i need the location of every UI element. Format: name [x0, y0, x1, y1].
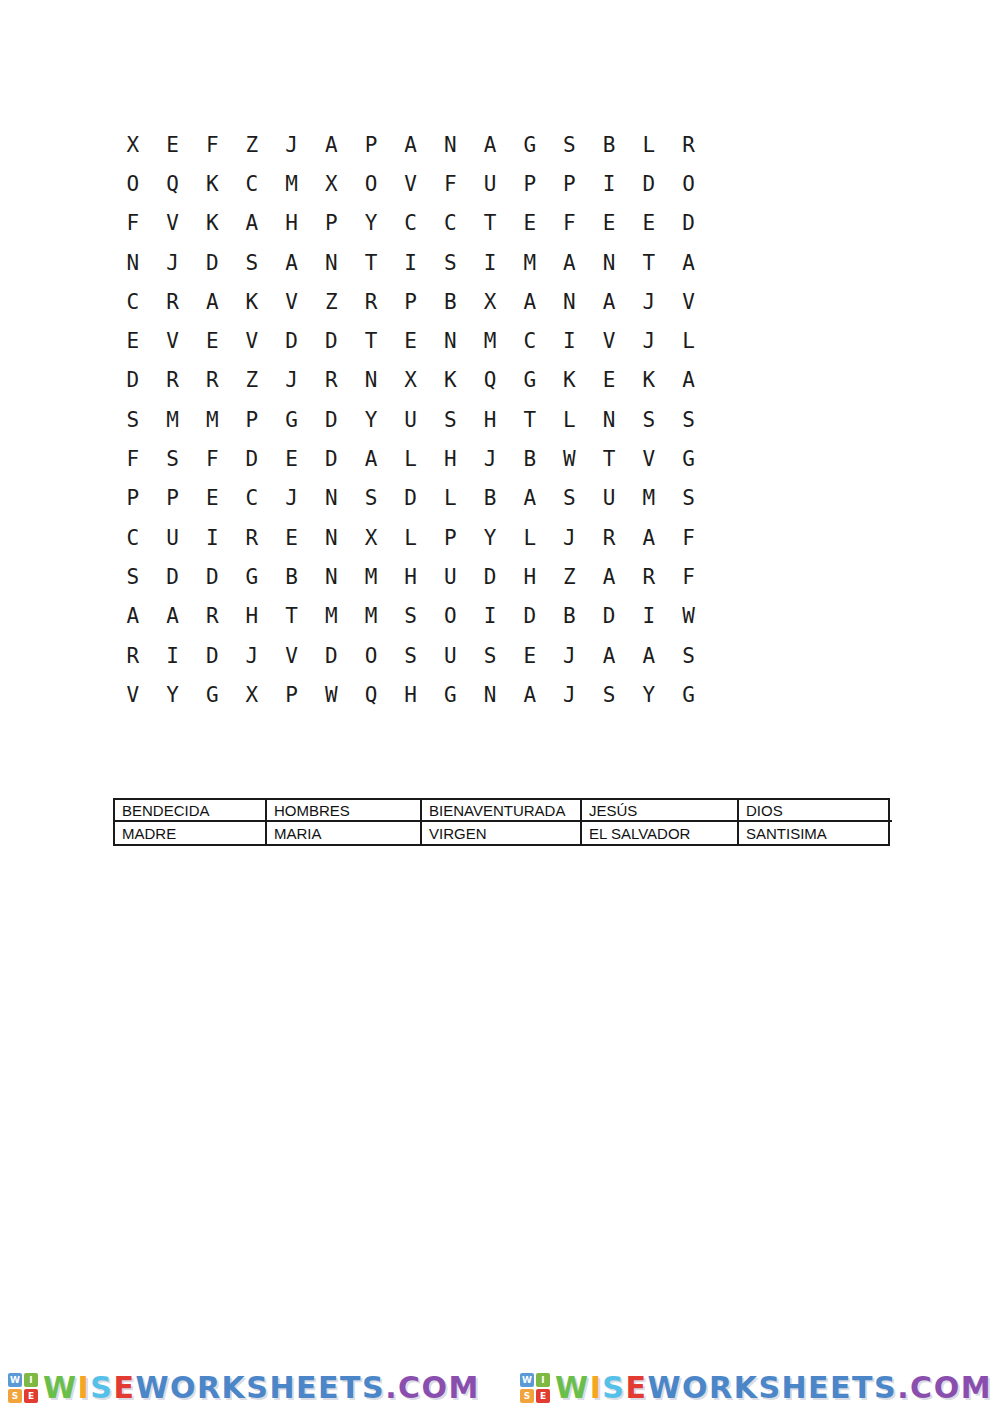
word-bank-cell: HOMBRES — [267, 800, 422, 822]
grid-cell-r14c8[interactable]: S — [391, 636, 431, 675]
grid-cell-r8c12[interactable]: L — [550, 400, 590, 439]
grid-cell-r8c1[interactable]: S — [113, 400, 153, 439]
grid-cell-r7c2[interactable]: R — [153, 361, 193, 400]
grid-cell-r4c6[interactable]: N — [311, 243, 351, 282]
brand-letter: C — [398, 1370, 422, 1405]
grid-cell-r15c6[interactable]: W — [311, 675, 351, 714]
brand-letter: S — [246, 1370, 269, 1405]
grid-cell-r2c10[interactable]: U — [470, 164, 510, 203]
grid-cell-r10c8[interactable]: D — [391, 479, 431, 518]
grid-cell-r14c6[interactable]: D — [311, 636, 351, 675]
grid-cell-r4c4[interactable]: S — [232, 243, 272, 282]
grid-cell-r4c5[interactable]: A — [272, 243, 312, 282]
grid-cell-r8c14[interactable]: S — [629, 400, 669, 439]
grid-cell-r11c13[interactable]: R — [589, 518, 629, 557]
grid-cell-r11c15[interactable]: F — [669, 518, 709, 557]
grid-cell-r1c12[interactable]: S — [550, 125, 590, 164]
grid-cell-r14c2[interactable]: I — [153, 636, 193, 675]
grid-cell-r7c6[interactable]: R — [311, 361, 351, 400]
grid-cell-r2c14[interactable]: D — [629, 164, 669, 203]
grid-cell-r10c2[interactable]: P — [153, 479, 193, 518]
grid-cell-r7c1[interactable]: D — [113, 361, 153, 400]
grid-cell-r1c14[interactable]: L — [629, 125, 669, 164]
grid-cell-r11c4[interactable]: R — [232, 518, 272, 557]
grid-cell-r1c2[interactable]: E — [153, 125, 193, 164]
grid-cell-r5c13[interactable]: A — [589, 282, 629, 321]
grid-cell-r3c5[interactable]: H — [272, 204, 312, 243]
grid-cell-r9c15[interactable]: G — [669, 439, 709, 478]
grid-cell-r8c5[interactable]: G — [272, 400, 312, 439]
grid-cell-r7c12[interactable]: K — [550, 361, 590, 400]
grid-cell-r4c2[interactable]: J — [153, 243, 193, 282]
grid-cell-r15c10[interactable]: N — [470, 675, 510, 714]
grid-cell-r4c15[interactable]: A — [669, 243, 709, 282]
grid-cell-r6c10[interactable]: M — [470, 321, 510, 360]
grid-cell-r6c8[interactable]: E — [391, 321, 431, 360]
logo-tile: E — [24, 1389, 38, 1403]
grid-cell-r4c1[interactable]: N — [113, 243, 153, 282]
grid-cell-r3c12[interactable]: F — [550, 204, 590, 243]
grid-cell-r12c13[interactable]: A — [589, 557, 629, 596]
word-bank-cell: VIRGEN — [422, 822, 582, 844]
grid-cell-r3c2[interactable]: V — [153, 204, 193, 243]
logo-tile: W — [8, 1373, 22, 1387]
grid-cell-r3c4[interactable]: A — [232, 204, 272, 243]
grid-cell-r6c1[interactable]: E — [113, 321, 153, 360]
grid-cell-r9c14[interactable]: V — [629, 439, 669, 478]
grid-cell-r7c10[interactable]: Q — [470, 361, 510, 400]
brand-letter: W — [135, 1370, 170, 1405]
brand-letter: O — [934, 1370, 961, 1405]
grid-cell-r6c14[interactable]: J — [629, 321, 669, 360]
grid-cell-r13c8[interactable]: S — [391, 597, 431, 636]
grid-cell-r2c15[interactable]: O — [669, 164, 709, 203]
grid-cell-r7c9[interactable]: K — [431, 361, 471, 400]
grid-cell-r3c13[interactable]: E — [589, 204, 629, 243]
grid-cell-r14c15[interactable]: S — [669, 636, 709, 675]
brand-letter: K — [734, 1370, 759, 1405]
grid-cell-r5c3[interactable]: A — [192, 282, 232, 321]
grid-cell-r13c1[interactable]: A — [113, 597, 153, 636]
brand-letter: K — [222, 1370, 247, 1405]
grid-cell-r6c9[interactable]: N — [431, 321, 471, 360]
brand-letter: T — [340, 1370, 362, 1405]
brand-text: WISEWORKSHEETS.COM — [555, 1373, 992, 1403]
grid-cell-r11c3[interactable]: I — [192, 518, 232, 557]
grid-cell-r15c8[interactable]: H — [391, 675, 431, 714]
brand-letter: W — [555, 1370, 590, 1405]
grid-cell-r1c13[interactable]: B — [589, 125, 629, 164]
grid-cell-r5c6[interactable]: Z — [311, 282, 351, 321]
grid-cell-r10c5[interactable]: J — [272, 479, 312, 518]
grid-cell-r12c11[interactable]: H — [510, 557, 550, 596]
grid-cell-r11c6[interactable]: N — [311, 518, 351, 557]
grid-cell-r6c13[interactable]: V — [589, 321, 629, 360]
grid-cell-r15c14[interactable]: Y — [629, 675, 669, 714]
grid-cell-r8c7[interactable]: Y — [351, 400, 391, 439]
brand-letter: H — [782, 1370, 809, 1405]
grid-cell-r12c9[interactable]: U — [431, 557, 471, 596]
grid-cell-r11c10[interactable]: Y — [470, 518, 510, 557]
grid-cell-r2c2[interactable]: Q — [153, 164, 193, 203]
grid-cell-r7c4[interactable]: Z — [232, 361, 272, 400]
grid-cell-r2c9[interactable]: F — [431, 164, 471, 203]
grid-cell-r2c12[interactable]: P — [550, 164, 590, 203]
grid-cell-r8c6[interactable]: D — [311, 400, 351, 439]
grid-cell-r12c7[interactable]: M — [351, 557, 391, 596]
brand-letter: W — [647, 1370, 682, 1405]
grid-cell-r11c11[interactable]: L — [510, 518, 550, 557]
wiseworksheets-brand-link[interactable]: WISEWISEWORKSHEETS.COM — [8, 1373, 480, 1403]
grid-cell-r12c15[interactable]: F — [669, 557, 709, 596]
grid-cell-r10c9[interactable]: L — [431, 479, 471, 518]
grid-cell-r6c12[interactable]: I — [550, 321, 590, 360]
footer: WISEWISEWORKSHEETS.COMWISEWISEWORKSHEETS… — [0, 1366, 1000, 1410]
grid-cell-r3c6[interactable]: P — [311, 204, 351, 243]
grid-cell-r10c7[interactable]: S — [351, 479, 391, 518]
brand-letter: I — [590, 1370, 603, 1405]
grid-cell-r1c3[interactable]: F — [192, 125, 232, 164]
grid-cell-r2c6[interactable]: X — [311, 164, 351, 203]
grid-cell-r4c12[interactable]: A — [550, 243, 590, 282]
grid-cell-r11c12[interactable]: J — [550, 518, 590, 557]
grid-cell-r8c9[interactable]: S — [431, 400, 471, 439]
grid-cell-r5c10[interactable]: X — [470, 282, 510, 321]
grid-cell-r13c12[interactable]: B — [550, 597, 590, 636]
grid-cell-r9c11[interactable]: B — [510, 439, 550, 478]
word-bank-cell: DIOS — [739, 800, 892, 822]
grid-cell-r14c3[interactable]: D — [192, 636, 232, 675]
grid-cell-r3c10[interactable]: T — [470, 204, 510, 243]
grid-cell-r14c7[interactable]: O — [351, 636, 391, 675]
grid-cell-r8c2[interactable]: M — [153, 400, 193, 439]
grid-cell-r5c1[interactable]: C — [113, 282, 153, 321]
grid-cell-r4c8[interactable]: I — [391, 243, 431, 282]
grid-cell-r11c5[interactable]: E — [272, 518, 312, 557]
brand-letter: S — [874, 1370, 897, 1405]
grid-cell-r9c5[interactable]: E — [272, 439, 312, 478]
brand-letter: O — [422, 1370, 449, 1405]
grid-cell-r2c4[interactable]: C — [232, 164, 272, 203]
grid-cell-r8c4[interactable]: P — [232, 400, 272, 439]
grid-cell-r7c15[interactable]: A — [669, 361, 709, 400]
grid-cell-r1c11[interactable]: G — [510, 125, 550, 164]
grid-cell-r15c5[interactable]: P — [272, 675, 312, 714]
grid-cell-r11c2[interactable]: U — [153, 518, 193, 557]
logo-tile: I — [24, 1373, 38, 1387]
grid-cell-r11c14[interactable]: A — [629, 518, 669, 557]
grid-cell-r2c5[interactable]: M — [272, 164, 312, 203]
grid-cell-r15c2[interactable]: Y — [153, 675, 193, 714]
grid-cell-r9c2[interactable]: S — [153, 439, 193, 478]
grid-cell-r14c12[interactable]: J — [550, 636, 590, 675]
grid-cell-r8c3[interactable]: M — [192, 400, 232, 439]
grid-cell-r9c8[interactable]: L — [391, 439, 431, 478]
grid-cell-r6c5[interactable]: D — [272, 321, 312, 360]
grid-cell-r15c7[interactable]: Q — [351, 675, 391, 714]
grid-cell-r13c10[interactable]: I — [470, 597, 510, 636]
grid-cell-r12c12[interactable]: Z — [550, 557, 590, 596]
grid-cell-r10c11[interactable]: A — [510, 479, 550, 518]
grid-cell-r5c2[interactable]: R — [153, 282, 193, 321]
grid-cell-r4c9[interactable]: S — [431, 243, 471, 282]
grid-cell-r1c8[interactable]: A — [391, 125, 431, 164]
grid-cell-r13c9[interactable]: O — [431, 597, 471, 636]
grid-cell-r13c7[interactable]: M — [351, 597, 391, 636]
grid-cell-r9c1[interactable]: F — [113, 439, 153, 478]
grid-cell-r1c7[interactable]: P — [351, 125, 391, 164]
brand-letter: R — [197, 1370, 222, 1405]
grid-cell-r14c4[interactable]: J — [232, 636, 272, 675]
grid-cell-r15c4[interactable]: X — [232, 675, 272, 714]
brand-letter: S — [362, 1370, 385, 1405]
word-bank-cell: BIENAVENTURADA — [422, 800, 582, 822]
grid-cell-r3c3[interactable]: K — [192, 204, 232, 243]
brand-letter: E — [296, 1370, 318, 1405]
grid-cell-r1c4[interactable]: Z — [232, 125, 272, 164]
grid-cell-r10c4[interactable]: C — [232, 479, 272, 518]
grid-cell-r9c7[interactable]: A — [351, 439, 391, 478]
grid-cell-r15c11[interactable]: A — [510, 675, 550, 714]
grid-cell-r5c5[interactable]: V — [272, 282, 312, 321]
grid-cell-r9c9[interactable]: H — [431, 439, 471, 478]
brand-letter: O — [682, 1370, 709, 1405]
grid-cell-r3c14[interactable]: E — [629, 204, 669, 243]
grid-cell-r15c12[interactable]: J — [550, 675, 590, 714]
grid-cell-r3c15[interactable]: D — [669, 204, 709, 243]
grid-cell-r2c8[interactable]: V — [391, 164, 431, 203]
grid-cell-r4c11[interactable]: M — [510, 243, 550, 282]
grid-cell-r7c11[interactable]: G — [510, 361, 550, 400]
grid-cell-r13c14[interactable]: I — [629, 597, 669, 636]
word-bank-cell: BENDECIDA — [115, 800, 267, 822]
grid-cell-r2c13[interactable]: I — [589, 164, 629, 203]
brand-letter: W — [43, 1370, 78, 1405]
grid-cell-r4c13[interactable]: N — [589, 243, 629, 282]
brand-text: WISEWORKSHEETS.COM — [43, 1373, 480, 1403]
grid-cell-r3c1[interactable]: F — [113, 204, 153, 243]
brand-letter: E — [113, 1370, 135, 1405]
wiseworksheets-brand-link[interactable]: WISEWISEWORKSHEETS.COM — [520, 1373, 992, 1403]
grid-cell-r10c3[interactable]: E — [192, 479, 232, 518]
grid-cell-r13c3[interactable]: R — [192, 597, 232, 636]
wise-logo-icon: WISE — [520, 1373, 550, 1403]
brand-letter: S — [90, 1370, 113, 1405]
brand-letter: . — [385, 1370, 398, 1405]
grid-cell-r10c15[interactable]: S — [669, 479, 709, 518]
grid-cell-r9c3[interactable]: F — [192, 439, 232, 478]
grid-cell-r5c4[interactable]: K — [232, 282, 272, 321]
grid-cell-r5c12[interactable]: N — [550, 282, 590, 321]
grid-cell-r1c9[interactable]: N — [431, 125, 471, 164]
grid-cell-r3c9[interactable]: C — [431, 204, 471, 243]
grid-cell-r9c6[interactable]: D — [311, 439, 351, 478]
grid-cell-r13c6[interactable]: M — [311, 597, 351, 636]
grid-cell-r13c11[interactable]: D — [510, 597, 550, 636]
grid-cell-r11c7[interactable]: X — [351, 518, 391, 557]
grid-cell-r7c3[interactable]: R — [192, 361, 232, 400]
grid-cell-r12c14[interactable]: R — [629, 557, 669, 596]
grid-cell-r5c8[interactable]: P — [391, 282, 431, 321]
grid-cell-r12c1[interactable]: S — [113, 557, 153, 596]
grid-cell-r14c5[interactable]: V — [272, 636, 312, 675]
grid-cell-r10c13[interactable]: U — [589, 479, 629, 518]
grid-cell-r7c7[interactable]: N — [351, 361, 391, 400]
grid-cell-r10c12[interactable]: S — [550, 479, 590, 518]
grid-cell-r13c15[interactable]: W — [669, 597, 709, 636]
grid-cell-r12c5[interactable]: B — [272, 557, 312, 596]
brand-letter: M — [449, 1370, 480, 1405]
brand-letter: M — [961, 1370, 992, 1405]
grid-cell-r15c3[interactable]: G — [192, 675, 232, 714]
grid-cell-r8c8[interactable]: U — [391, 400, 431, 439]
grid-cell-r3c11[interactable]: E — [510, 204, 550, 243]
grid-cell-r10c10[interactable]: B — [470, 479, 510, 518]
grid-cell-r11c8[interactable]: L — [391, 518, 431, 557]
word-search-grid: XEFZJAPANAGSBLROQKCMXOVFUPPIDOFVKAHPYCCT… — [113, 125, 708, 714]
grid-cell-r5c11[interactable]: A — [510, 282, 550, 321]
grid-cell-r1c15[interactable]: R — [669, 125, 709, 164]
grid-cell-r1c6[interactable]: A — [311, 125, 351, 164]
grid-cell-r7c8[interactable]: X — [391, 361, 431, 400]
brand-letter: S — [602, 1370, 625, 1405]
grid-cell-r6c7[interactable]: T — [351, 321, 391, 360]
grid-cell-r11c1[interactable]: C — [113, 518, 153, 557]
grid-cell-r14c10[interactable]: S — [470, 636, 510, 675]
grid-cell-r7c13[interactable]: E — [589, 361, 629, 400]
grid-cell-r2c3[interactable]: K — [192, 164, 232, 203]
grid-cell-r5c14[interactable]: J — [629, 282, 669, 321]
grid-cell-r12c3[interactable]: D — [192, 557, 232, 596]
brand-letter: T — [852, 1370, 874, 1405]
grid-cell-r14c11[interactable]: E — [510, 636, 550, 675]
grid-cell-r5c7[interactable]: R — [351, 282, 391, 321]
word-bank-cell: SANTISIMA — [739, 822, 892, 844]
grid-cell-r13c13[interactable]: D — [589, 597, 629, 636]
grid-cell-r6c3[interactable]: E — [192, 321, 232, 360]
brand-letter: E — [625, 1370, 647, 1405]
word-bank-cell: MARIA — [267, 822, 422, 844]
grid-cell-r6c4[interactable]: V — [232, 321, 272, 360]
grid-cell-r8c11[interactable]: T — [510, 400, 550, 439]
grid-cell-r5c15[interactable]: V — [669, 282, 709, 321]
brand-letter: O — [170, 1370, 197, 1405]
grid-cell-r12c10[interactable]: D — [470, 557, 510, 596]
grid-cell-r9c4[interactable]: D — [232, 439, 272, 478]
logo-tile: W — [520, 1373, 534, 1387]
grid-cell-r6c2[interactable]: V — [153, 321, 193, 360]
brand-letter: E — [830, 1370, 852, 1405]
grid-cell-r1c10[interactable]: A — [470, 125, 510, 164]
grid-cell-r5c9[interactable]: B — [431, 282, 471, 321]
grid-cell-r12c4[interactable]: G — [232, 557, 272, 596]
logo-tile: E — [536, 1389, 550, 1403]
grid-cell-r8c13[interactable]: N — [589, 400, 629, 439]
grid-cell-r2c7[interactable]: O — [351, 164, 391, 203]
grid-cell-r13c2[interactable]: A — [153, 597, 193, 636]
grid-cell-r14c9[interactable]: U — [431, 636, 471, 675]
grid-cell-r3c8[interactable]: C — [391, 204, 431, 243]
grid-cell-r8c10[interactable]: H — [470, 400, 510, 439]
grid-cell-r13c5[interactable]: T — [272, 597, 312, 636]
grid-cell-r1c1[interactable]: X — [113, 125, 153, 164]
brand-letter: I — [78, 1370, 91, 1405]
grid-cell-r10c6[interactable]: N — [311, 479, 351, 518]
grid-cell-r15c13[interactable]: S — [589, 675, 629, 714]
grid-cell-r15c9[interactable]: G — [431, 675, 471, 714]
grid-cell-r13c4[interactable]: H — [232, 597, 272, 636]
grid-cell-r8c15[interactable]: S — [669, 400, 709, 439]
grid-cell-r10c1[interactable]: P — [113, 479, 153, 518]
brand-letter: C — [910, 1370, 934, 1405]
grid-cell-r15c1[interactable]: V — [113, 675, 153, 714]
grid-cell-r4c10[interactable]: I — [470, 243, 510, 282]
grid-cell-r4c14[interactable]: T — [629, 243, 669, 282]
logo-tile: I — [536, 1373, 550, 1387]
grid-cell-r11c9[interactable]: P — [431, 518, 471, 557]
brand-letter: . — [897, 1370, 910, 1405]
grid-cell-r1c5[interactable]: J — [272, 125, 312, 164]
grid-cell-r6c15[interactable]: L — [669, 321, 709, 360]
grid-cell-r14c14[interactable]: A — [629, 636, 669, 675]
grid-cell-r9c12[interactable]: W — [550, 439, 590, 478]
brand-letter: E — [318, 1370, 340, 1405]
grid-cell-r12c8[interactable]: H — [391, 557, 431, 596]
grid-cell-r12c6[interactable]: N — [311, 557, 351, 596]
logo-tile: S — [8, 1389, 22, 1403]
grid-cell-r2c1[interactable]: O — [113, 164, 153, 203]
grid-cell-r4c3[interactable]: D — [192, 243, 232, 282]
word-bank-cell: MADRE — [115, 822, 267, 844]
grid-cell-r2c11[interactable]: P — [510, 164, 550, 203]
grid-cell-r14c1[interactable]: R — [113, 636, 153, 675]
grid-cell-r7c14[interactable]: K — [629, 361, 669, 400]
grid-cell-r4c7[interactable]: T — [351, 243, 391, 282]
grid-cell-r15c15[interactable]: G — [669, 675, 709, 714]
brand-letter: H — [269, 1370, 296, 1405]
grid-cell-r12c2[interactable]: D — [153, 557, 193, 596]
grid-cell-r9c13[interactable]: T — [589, 439, 629, 478]
grid-cell-r14c13[interactable]: A — [589, 636, 629, 675]
grid-cell-r3c7[interactable]: Y — [351, 204, 391, 243]
word-bank-cell: EL SALVADOR — [582, 822, 739, 844]
word-bank-table: BENDECIDAHOMBRESBIENAVENTURADAJESÚSDIOSM… — [113, 798, 890, 846]
brand-letter: R — [709, 1370, 734, 1405]
grid-cell-r7c5[interactable]: J — [272, 361, 312, 400]
grid-cell-r6c11[interactable]: C — [510, 321, 550, 360]
brand-letter: S — [758, 1370, 781, 1405]
wise-logo-icon: WISE — [8, 1373, 38, 1403]
grid-cell-r6c6[interactable]: D — [311, 321, 351, 360]
brand-letter: E — [808, 1370, 830, 1405]
grid-cell-r9c10[interactable]: J — [470, 439, 510, 478]
grid-cell-r10c14[interactable]: M — [629, 479, 669, 518]
word-bank-cell: JESÚS — [582, 800, 739, 822]
logo-tile: S — [520, 1389, 534, 1403]
